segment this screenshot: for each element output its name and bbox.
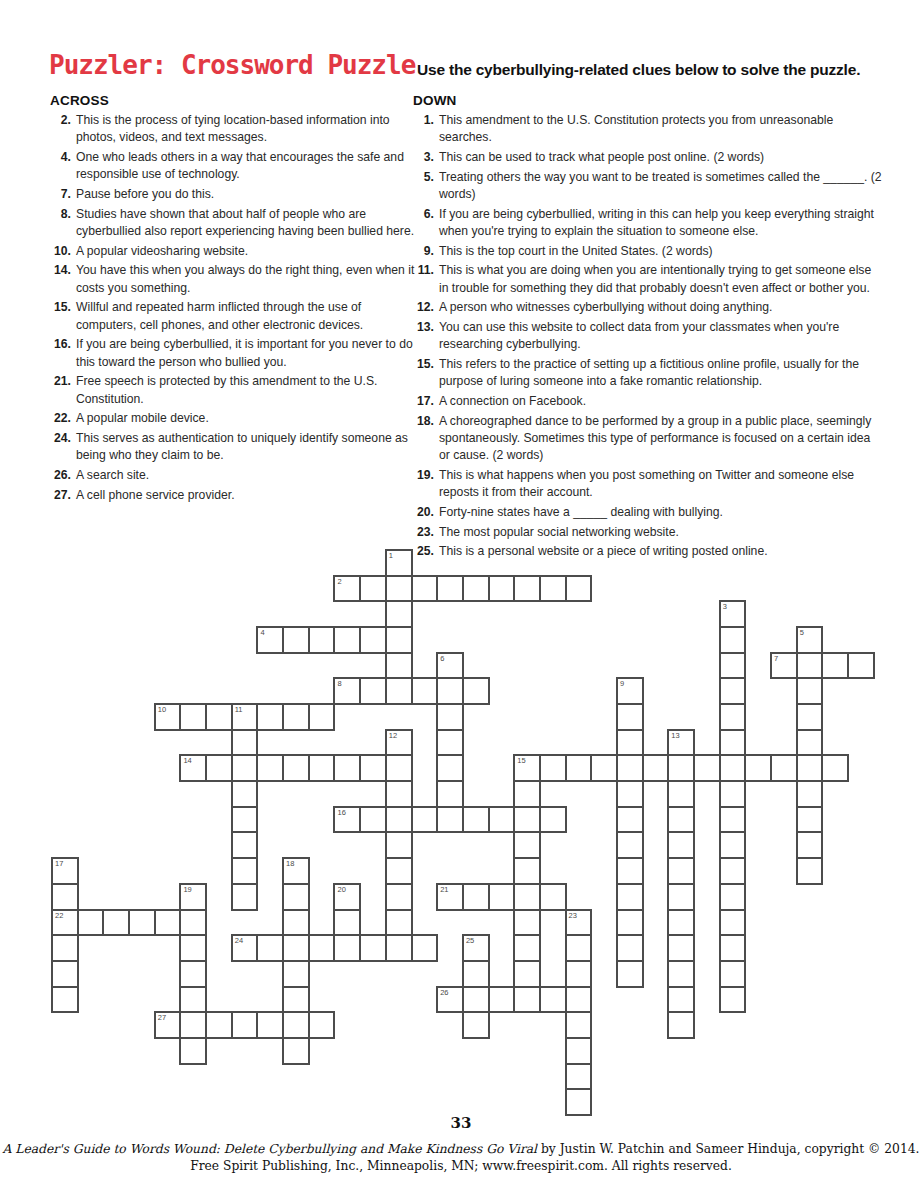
puzzle-page: Puzzler: Crossword Puzzle Use the cyberb…: [0, 0, 922, 1192]
grid-cell[interactable]: [231, 780, 259, 808]
clue-text: A popular videosharing website.: [76, 243, 416, 260]
grid-cell[interactable]: [719, 909, 747, 937]
grid-cell[interactable]: 5: [796, 626, 824, 654]
cell-number: 20: [337, 885, 345, 894]
grid-cell[interactable]: [565, 986, 593, 1014]
grid-cell[interactable]: [539, 754, 567, 782]
grid-cell[interactable]: [616, 934, 644, 962]
grid-cell[interactable]: 20: [333, 883, 361, 911]
clue-text: This is what you are doing when you are …: [439, 262, 883, 297]
cell-number: 13: [671, 731, 679, 740]
grid-cell[interactable]: 22: [51, 909, 79, 937]
grid-cell[interactable]: [462, 575, 490, 603]
across-clue: 8.Studies have shown that about half of …: [50, 206, 416, 241]
grid-cell[interactable]: [616, 857, 644, 885]
grid-cell[interactable]: [128, 909, 156, 937]
page-number: 33: [0, 1114, 922, 1132]
cell-number: 24: [235, 936, 243, 945]
grid-cell[interactable]: [256, 934, 284, 962]
grid-cell[interactable]: [282, 960, 310, 988]
grid-cell[interactable]: 1: [385, 549, 413, 577]
clue-number: 15.: [50, 299, 71, 334]
cell-number: 27: [158, 1013, 166, 1022]
grid-cell[interactable]: [282, 1037, 310, 1065]
grid-cell[interactable]: [513, 806, 541, 834]
clue-number: 5.: [413, 169, 434, 204]
grid-cell[interactable]: [667, 960, 695, 988]
instructions-text: Use the cyberbullying-related clues belo…: [417, 61, 860, 79]
grid-cell[interactable]: [667, 780, 695, 808]
clue-number: 26.: [50, 467, 71, 484]
down-clue: 18.A choreographed dance to be performed…: [413, 413, 883, 465]
grid-cell[interactable]: [667, 1011, 695, 1039]
grid-cell[interactable]: 24: [231, 934, 259, 962]
grid-cell[interactable]: 13: [667, 729, 695, 757]
grid-cell[interactable]: [333, 934, 361, 962]
clue-number: 19.: [413, 467, 434, 502]
clue-text: Pause before you do this.: [76, 186, 416, 203]
grid-cell[interactable]: [359, 806, 387, 834]
cell-number: 3: [723, 602, 727, 611]
grid-cell[interactable]: [847, 652, 875, 680]
grid-cell[interactable]: [411, 677, 439, 705]
grid-cell[interactable]: [385, 909, 413, 937]
grid-cell[interactable]: [616, 703, 644, 731]
clue-text: One who leads others in a way that encou…: [76, 149, 416, 184]
grid-cell[interactable]: [77, 909, 105, 937]
clue-text: A popular mobile device.: [76, 410, 416, 427]
grid-cell[interactable]: [51, 986, 79, 1014]
credits: A Leader's Guide to Words Wound: Delete …: [0, 1141, 922, 1174]
grid-cell[interactable]: 3: [719, 600, 747, 628]
grid-cell[interactable]: [488, 575, 516, 603]
grid-cell[interactable]: [513, 780, 541, 808]
cell-number: 15: [517, 756, 525, 765]
clue-text: This refers to the practice of setting u…: [439, 356, 883, 391]
down-clue: 12.A person who witnesses cyberbullying …: [413, 299, 883, 316]
down-clue: 17.A connection on Facebook.: [413, 393, 883, 410]
down-clue: 3.This can be used to track what people …: [413, 149, 883, 166]
grid-cell[interactable]: [462, 960, 490, 988]
grid-cell[interactable]: [565, 575, 593, 603]
grid-cell[interactable]: [462, 806, 490, 834]
grid-cell[interactable]: 2: [333, 575, 361, 603]
clue-number: 13.: [413, 319, 434, 354]
down-clue-list: 1.This amendment to the U.S. Constitutio…: [413, 112, 883, 563]
grid-cell[interactable]: [436, 729, 464, 757]
across-clue: 27.A cell phone service provider.: [50, 487, 416, 504]
grid-cell[interactable]: [616, 960, 644, 988]
grid-cell[interactable]: [179, 986, 207, 1014]
grid-cell[interactable]: [565, 754, 593, 782]
grid-cell[interactable]: [436, 754, 464, 782]
across-heading: ACROSS: [50, 93, 109, 108]
clue-number: 17.: [413, 393, 434, 410]
grid-cell[interactable]: [667, 806, 695, 834]
grid-cell[interactable]: [539, 883, 567, 911]
grid-cell[interactable]: 9: [616, 677, 644, 705]
grid-cell[interactable]: [616, 780, 644, 808]
grid-cell[interactable]: [565, 934, 593, 962]
grid-cell[interactable]: [796, 703, 824, 731]
grid-cell[interactable]: [436, 677, 464, 705]
down-clue: 9.This is the top court in the United St…: [413, 243, 883, 260]
grid-cell[interactable]: [282, 883, 310, 911]
across-clue: 10.A popular videosharing website.: [50, 243, 416, 260]
cell-number: 21: [440, 885, 448, 894]
grid-cell[interactable]: [565, 1088, 593, 1116]
grid-cell[interactable]: [51, 960, 79, 988]
clue-text: A search site.: [76, 467, 416, 484]
grid-cell[interactable]: [565, 1011, 593, 1039]
grid-cell[interactable]: [513, 909, 541, 937]
grid-cell[interactable]: [256, 1011, 284, 1039]
clue-number: 9.: [413, 243, 434, 260]
clue-text: Forty-nine states have a _____ dealing w…: [439, 504, 883, 521]
grid-cell[interactable]: [231, 1011, 259, 1039]
grid-cell[interactable]: [667, 754, 695, 782]
grid-cell[interactable]: [513, 831, 541, 859]
grid-cell[interactable]: [231, 806, 259, 834]
grid-cell[interactable]: [411, 575, 439, 603]
clue-number: 21.: [50, 373, 71, 408]
grid-cell[interactable]: [205, 1011, 233, 1039]
clue-text: This can be used to track what people po…: [439, 149, 883, 166]
grid-cell[interactable]: [642, 754, 670, 782]
cell-number: 11: [235, 705, 243, 714]
grid-cell[interactable]: [719, 831, 747, 859]
grid-cell[interactable]: [616, 806, 644, 834]
crossword-grid: 2478101114151621222426271356912131718192…: [51, 549, 875, 1116]
across-clue: 15.Willful and repeated harm inflicted t…: [50, 299, 416, 334]
grid-cell[interactable]: 27: [154, 1011, 182, 1039]
grid-cell[interactable]: 26: [436, 986, 464, 1014]
grid-cell[interactable]: [488, 883, 516, 911]
clue-number: 23.: [413, 524, 434, 541]
grid-cell[interactable]: [513, 857, 541, 885]
grid-cell[interactable]: [359, 754, 387, 782]
clue-number: 4.: [50, 149, 71, 184]
grid-cell[interactable]: [462, 986, 490, 1014]
grid-cell[interactable]: [333, 909, 361, 937]
grid-cell[interactable]: [796, 831, 824, 859]
grid-cell[interactable]: [308, 703, 336, 731]
grid-cell[interactable]: [488, 806, 516, 834]
grid-cell[interactable]: 25: [462, 934, 490, 962]
clue-text: This is the top court in the United Stat…: [439, 243, 883, 260]
grid-cell[interactable]: [744, 754, 772, 782]
grid-cell[interactable]: [308, 934, 336, 962]
grid-cell[interactable]: [385, 857, 413, 885]
grid-cell[interactable]: [179, 1037, 207, 1065]
grid-cell[interactable]: 7: [770, 652, 798, 680]
grid-cell[interactable]: 23: [565, 909, 593, 937]
grid-cell[interactable]: [308, 1011, 336, 1039]
grid-cell[interactable]: [359, 677, 387, 705]
grid-cell[interactable]: [436, 806, 464, 834]
grid-cell[interactable]: [693, 754, 721, 782]
grid-cell[interactable]: [667, 883, 695, 911]
grid-cell[interactable]: [385, 934, 413, 962]
clue-number: 20.: [413, 504, 434, 521]
clue-number: 12.: [413, 299, 434, 316]
clue-text: The most popular social networking websi…: [439, 524, 883, 541]
credit-line-2: Free Spirit Publishing, Inc., Minneapoli…: [0, 1158, 922, 1175]
grid-cell[interactable]: [821, 754, 849, 782]
grid-cell[interactable]: [462, 677, 490, 705]
clue-text: Free speech is protected by this amendme…: [76, 373, 416, 408]
grid-cell[interactable]: [205, 703, 233, 731]
book-title: A Leader's Guide to Words Wound: Delete …: [3, 1142, 538, 1156]
grid-cell[interactable]: [308, 754, 336, 782]
grid-cell[interactable]: [667, 831, 695, 859]
grid-cell[interactable]: [385, 677, 413, 705]
grid-cell[interactable]: [462, 883, 490, 911]
grid-cell[interactable]: [282, 934, 310, 962]
grid-cell[interactable]: [231, 754, 259, 782]
grid-cell[interactable]: [385, 831, 413, 859]
grid-cell[interactable]: [513, 960, 541, 988]
grid-cell[interactable]: [359, 934, 387, 962]
grid-cell[interactable]: 16: [333, 806, 361, 834]
grid-cell[interactable]: 10: [154, 703, 182, 731]
grid-cell[interactable]: [796, 857, 824, 885]
grid-cell[interactable]: [796, 780, 824, 808]
grid-cell[interactable]: [179, 703, 207, 731]
grid-cell[interactable]: [462, 1011, 490, 1039]
clue-text: A person who witnesses cyberbullying wit…: [439, 299, 883, 316]
grid-cell[interactable]: [616, 909, 644, 937]
grid-cell[interactable]: 19: [179, 883, 207, 911]
grid-cell[interactable]: [719, 857, 747, 885]
grid-cell[interactable]: [667, 909, 695, 937]
clue-text: You have this when you always do the rig…: [76, 262, 416, 297]
clue-number: 18.: [413, 413, 434, 465]
grid-cell[interactable]: [616, 831, 644, 859]
cell-number: 19: [183, 885, 191, 894]
down-clue: 11.This is what you are doing when you a…: [413, 262, 883, 297]
grid-cell[interactable]: [539, 575, 567, 603]
grid-cell[interactable]: [513, 986, 541, 1014]
grid-cell[interactable]: [821, 652, 849, 680]
cell-number: 16: [337, 808, 345, 817]
grid-cell[interactable]: 21: [436, 883, 464, 911]
grid-cell[interactable]: [565, 1037, 593, 1065]
grid-cell[interactable]: [282, 909, 310, 937]
grid-cell[interactable]: [179, 909, 207, 937]
grid-cell[interactable]: [616, 729, 644, 757]
clue-text: This serves as authentication to uniquel…: [76, 430, 416, 465]
clue-number: 2.: [50, 112, 71, 147]
grid-cell[interactable]: [590, 754, 618, 782]
cell-number: 12: [389, 731, 397, 740]
grid-cell[interactable]: [513, 883, 541, 911]
cell-number: 14: [183, 756, 191, 765]
grid-cell[interactable]: 18: [282, 857, 310, 885]
clue-text: A connection on Facebook.: [439, 393, 883, 410]
across-clue-list: 2.This is the process of tying location-…: [50, 112, 416, 506]
grid-cell[interactable]: [385, 806, 413, 834]
grid-cell[interactable]: [539, 806, 567, 834]
grid-cell[interactable]: [231, 857, 259, 885]
across-clue: 16.If you are being cyberbullied, it is …: [50, 336, 416, 371]
clue-number: 8.: [50, 206, 71, 241]
grid-cell[interactable]: [719, 652, 747, 680]
grid-cell[interactable]: [719, 703, 747, 731]
grid-cell[interactable]: [179, 1011, 207, 1039]
grid-cell[interactable]: 11: [231, 703, 259, 731]
clue-number: 1.: [413, 112, 434, 147]
grid-cell[interactable]: [333, 626, 361, 654]
grid-cell[interactable]: [385, 626, 413, 654]
clue-text: If you are being cyberbullied, it is imp…: [76, 336, 416, 371]
grid-cell[interactable]: [796, 729, 824, 757]
clue-text: You can use this website to collect data…: [439, 319, 883, 354]
cell-number: 10: [158, 705, 166, 714]
grid-cell[interactable]: [796, 806, 824, 834]
cell-number: 17: [55, 859, 63, 868]
grid-cell[interactable]: [231, 883, 259, 911]
down-heading: DOWN: [413, 93, 457, 108]
grid-cell[interactable]: [154, 909, 182, 937]
grid-cell[interactable]: [796, 652, 824, 680]
clue-text: This is the process of tying location-ba…: [76, 112, 416, 147]
clue-text: A cell phone service provider.: [76, 487, 416, 504]
grid-cell[interactable]: [667, 986, 695, 1014]
grid-cell[interactable]: [488, 986, 516, 1014]
grid-cell[interactable]: [282, 703, 310, 731]
grid-cell[interactable]: 14: [179, 754, 207, 782]
across-clue: 24.This serves as authentication to uniq…: [50, 430, 416, 465]
across-clue: 14.You have this when you always do the …: [50, 262, 416, 297]
grid-cell[interactable]: 17: [51, 857, 79, 885]
grid-cell[interactable]: [385, 600, 413, 628]
cell-number: 7: [774, 654, 778, 663]
grid-cell[interactable]: [282, 986, 310, 1014]
down-clue: 13.You can use this website to collect d…: [413, 319, 883, 354]
cell-number: 5: [800, 628, 804, 637]
clue-number: 10.: [50, 243, 71, 260]
grid-cell[interactable]: [385, 575, 413, 603]
clue-text: Treating others the way you want to be t…: [439, 169, 883, 204]
grid-cell[interactable]: [667, 934, 695, 962]
down-clue: 5.Treating others the way you want to be…: [413, 169, 883, 204]
grid-cell[interactable]: 4: [256, 626, 284, 654]
grid-cell[interactable]: [282, 754, 310, 782]
grid-cell[interactable]: 12: [385, 729, 413, 757]
cell-number: 8: [337, 679, 341, 688]
grid-cell[interactable]: [719, 960, 747, 988]
grid-cell[interactable]: [796, 677, 824, 705]
across-clue: 7.Pause before you do this.: [50, 186, 416, 203]
grid-cell[interactable]: [51, 934, 79, 962]
grid-cell[interactable]: [256, 703, 284, 731]
credit-line-1: A Leader's Guide to Words Wound: Delete …: [0, 1141, 922, 1158]
grid-cell[interactable]: [385, 754, 413, 782]
grid-cell[interactable]: [282, 626, 310, 654]
down-clue: 6.If you are being cyberbullied, writing…: [413, 206, 883, 241]
grid-cell[interactable]: [667, 857, 695, 885]
across-clue: 22.A popular mobile device.: [50, 410, 416, 427]
grid-cell[interactable]: [179, 960, 207, 988]
grid-cell[interactable]: [565, 1063, 593, 1091]
cell-number: 25: [466, 936, 474, 945]
grid-cell[interactable]: [616, 754, 644, 782]
grid-cell[interactable]: [616, 883, 644, 911]
grid-cell[interactable]: [719, 626, 747, 654]
cell-number: 1: [389, 551, 393, 560]
clue-number: 7.: [50, 186, 71, 203]
clue-number: 16.: [50, 336, 71, 371]
clue-text: Studies have shown that about half of pe…: [76, 206, 416, 241]
grid-cell[interactable]: [385, 883, 413, 911]
grid-cell[interactable]: [719, 729, 747, 757]
grid-cell[interactable]: [436, 575, 464, 603]
grid-cell[interactable]: [308, 626, 336, 654]
grid-cell[interactable]: [359, 626, 387, 654]
grid-cell[interactable]: [205, 754, 233, 782]
grid-cell[interactable]: [719, 754, 747, 782]
grid-cell[interactable]: [719, 883, 747, 911]
grid-cell[interactable]: [719, 677, 747, 705]
clue-number: 3.: [413, 149, 434, 166]
grid-cell[interactable]: [565, 960, 593, 988]
grid-cell[interactable]: [333, 754, 361, 782]
grid-cell[interactable]: [231, 831, 259, 859]
clue-number: 27.: [50, 487, 71, 504]
grid-cell[interactable]: [719, 986, 747, 1014]
grid-cell[interactable]: [539, 986, 567, 1014]
clue-number: 24.: [50, 430, 71, 465]
grid-cell[interactable]: [231, 729, 259, 757]
grid-cell[interactable]: [719, 780, 747, 808]
grid-cell[interactable]: [385, 780, 413, 808]
grid-cell[interactable]: [179, 934, 207, 962]
grid-cell[interactable]: [411, 934, 439, 962]
grid-cell[interactable]: [436, 780, 464, 808]
grid-cell[interactable]: [359, 575, 387, 603]
cell-number: 4: [260, 628, 264, 637]
clue-text: A choreographed dance to be performed by…: [439, 413, 883, 465]
grid-cell[interactable]: [719, 806, 747, 834]
grid-cell[interactable]: [796, 754, 824, 782]
clue-text: If you are being cyberbullied, writing i…: [439, 206, 883, 241]
grid-cell[interactable]: [513, 575, 541, 603]
down-clue: 20.Forty-nine states have a _____ dealin…: [413, 504, 883, 521]
grid-cell[interactable]: [282, 1011, 310, 1039]
grid-cell[interactable]: [436, 703, 464, 731]
grid-cell[interactable]: [51, 883, 79, 911]
grid-cell[interactable]: [513, 934, 541, 962]
credit-authors: by Justin W. Patchin and Sameer Hinduja,…: [537, 1142, 919, 1156]
cell-number: 26: [440, 988, 448, 997]
grid-cell[interactable]: 8: [333, 677, 361, 705]
clue-number: 6.: [413, 206, 434, 241]
cell-number: 22: [55, 911, 63, 920]
grid-cell[interactable]: 15: [513, 754, 541, 782]
grid-cell[interactable]: 6: [436, 652, 464, 680]
grid-cell[interactable]: [719, 934, 747, 962]
grid-cell[interactable]: [770, 754, 798, 782]
grid-cell[interactable]: [385, 652, 413, 680]
cell-number: 6: [440, 654, 444, 663]
clue-text: Willful and repeated harm inflicted thro…: [76, 299, 416, 334]
clue-number: 22.: [50, 410, 71, 427]
grid-cell[interactable]: [102, 909, 130, 937]
cell-number: 2: [337, 577, 341, 586]
grid-cell[interactable]: [411, 806, 439, 834]
grid-cell[interactable]: [256, 754, 284, 782]
